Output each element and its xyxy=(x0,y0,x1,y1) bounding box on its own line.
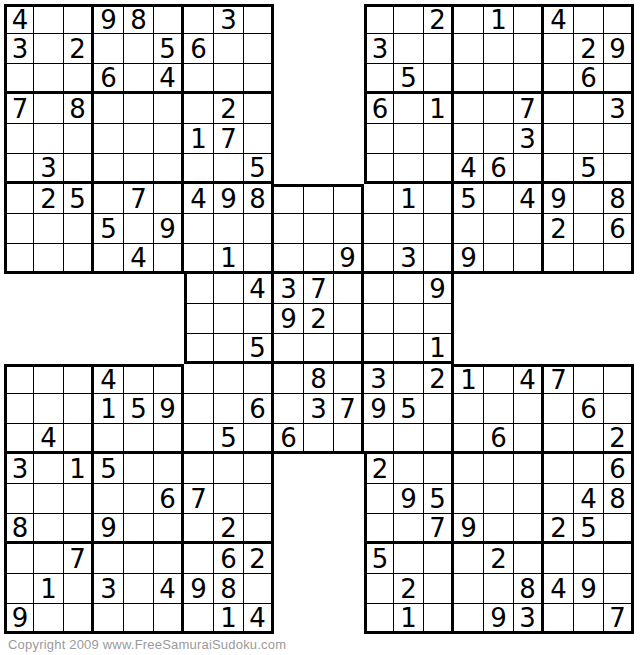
cell-r10c9[interactable]: 4 xyxy=(244,274,274,304)
cell-r15c4[interactable] xyxy=(94,424,124,454)
cell-r4c8[interactable]: 2 xyxy=(214,94,244,124)
cell-r13c13[interactable]: 3 xyxy=(364,364,394,394)
cell-r20c5[interactable] xyxy=(124,574,154,604)
cell-r19c5[interactable] xyxy=(124,544,154,574)
cell-r11c15[interactable] xyxy=(424,304,454,334)
cell-r6c1[interactable] xyxy=(4,154,34,184)
cell-r1c3[interactable] xyxy=(64,4,94,34)
cell-r21c6[interactable] xyxy=(154,604,184,634)
cell-r1c14[interactable] xyxy=(394,4,424,34)
cell-r4c4[interactable] xyxy=(94,94,124,124)
cell-r5c5[interactable] xyxy=(124,124,154,154)
cell-r16c5[interactable] xyxy=(124,454,154,484)
cell-r4c19[interactable] xyxy=(544,94,574,124)
cell-r13c6[interactable] xyxy=(154,364,184,394)
cell-r15c6[interactable] xyxy=(154,424,184,454)
cell-r2c19[interactable] xyxy=(544,34,574,64)
cell-r19c4[interactable] xyxy=(94,544,124,574)
cell-r13c16[interactable]: 1 xyxy=(454,364,484,394)
cell-r15c17[interactable]: 6 xyxy=(484,424,514,454)
cell-r21c18[interactable]: 3 xyxy=(514,604,544,634)
cell-r8c13[interactable] xyxy=(364,214,394,244)
cell-r20c19[interactable]: 4 xyxy=(544,574,574,604)
cell-r7c5[interactable]: 7 xyxy=(124,184,154,214)
cell-r14c5[interactable]: 5 xyxy=(124,394,154,424)
cell-r21c21[interactable]: 7 xyxy=(604,604,634,634)
cell-r4c16[interactable] xyxy=(454,94,484,124)
cell-r7c4[interactable] xyxy=(94,184,124,214)
cell-r2c16[interactable] xyxy=(454,34,484,64)
cell-r3c3[interactable] xyxy=(64,64,94,94)
cell-r5c16[interactable] xyxy=(454,124,484,154)
cell-r8c4[interactable]: 5 xyxy=(94,214,124,244)
cell-r4c17[interactable] xyxy=(484,94,514,124)
cell-r16c18[interactable] xyxy=(514,454,544,484)
cell-r2c7[interactable]: 6 xyxy=(184,34,214,64)
cell-r8c14[interactable] xyxy=(394,214,424,244)
cell-r7c2[interactable]: 2 xyxy=(34,184,64,214)
cell-r5c7[interactable]: 1 xyxy=(184,124,214,154)
cell-r3c16[interactable] xyxy=(454,64,484,94)
cell-r9c2[interactable] xyxy=(34,244,64,274)
cell-r15c1[interactable] xyxy=(4,424,34,454)
cell-r20c8[interactable]: 8 xyxy=(214,574,244,604)
cell-r17c16[interactable] xyxy=(454,484,484,514)
cell-r10c12[interactable] xyxy=(334,274,364,304)
cell-r19c16[interactable] xyxy=(454,544,484,574)
cell-r21c15[interactable] xyxy=(424,604,454,634)
cell-r18c3[interactable] xyxy=(64,514,94,544)
cell-r9c17[interactable] xyxy=(484,244,514,274)
cell-r2c9[interactable] xyxy=(244,34,274,64)
cell-r7c9[interactable]: 8 xyxy=(244,184,274,214)
cell-r6c14[interactable] xyxy=(394,154,424,184)
cell-r10c8[interactable] xyxy=(214,274,244,304)
cell-r1c17[interactable]: 1 xyxy=(484,4,514,34)
cell-r2c3[interactable]: 2 xyxy=(64,34,94,64)
cell-r16c8[interactable] xyxy=(214,454,244,484)
cell-r14c13[interactable]: 9 xyxy=(364,394,394,424)
cell-r7c7[interactable]: 4 xyxy=(184,184,214,214)
cell-r9c12[interactable]: 9 xyxy=(334,244,364,274)
cell-r14c19[interactable] xyxy=(544,394,574,424)
cell-r21c20[interactable] xyxy=(574,604,604,634)
cell-r14c2[interactable] xyxy=(34,394,64,424)
cell-r1c18[interactable] xyxy=(514,4,544,34)
cell-r19c17[interactable]: 2 xyxy=(484,544,514,574)
cell-r16c1[interactable]: 3 xyxy=(4,454,34,484)
cell-r16c13[interactable]: 2 xyxy=(364,454,394,484)
cell-r14c18[interactable] xyxy=(514,394,544,424)
cell-r1c21[interactable] xyxy=(604,4,634,34)
cell-r10c10[interactable]: 3 xyxy=(274,274,304,304)
cell-r9c7[interactable] xyxy=(184,244,214,274)
cell-r21c9[interactable]: 4 xyxy=(244,604,274,634)
cell-r3c15[interactable] xyxy=(424,64,454,94)
cell-r6c19[interactable] xyxy=(544,154,574,184)
cell-r14c17[interactable] xyxy=(484,394,514,424)
cell-r21c19[interactable] xyxy=(544,604,574,634)
cell-r13c20[interactable] xyxy=(574,364,604,394)
cell-r4c20[interactable] xyxy=(574,94,604,124)
cell-r9c20[interactable] xyxy=(574,244,604,274)
cell-r5c6[interactable] xyxy=(154,124,184,154)
cell-r14c14[interactable]: 5 xyxy=(394,394,424,424)
cell-r15c14[interactable] xyxy=(394,424,424,454)
cell-r19c21[interactable] xyxy=(604,544,634,574)
cell-r16c19[interactable] xyxy=(544,454,574,484)
cell-r13c5[interactable] xyxy=(124,364,154,394)
cell-r15c2[interactable]: 4 xyxy=(34,424,64,454)
cell-r13c2[interactable] xyxy=(34,364,64,394)
cell-r2c2[interactable] xyxy=(34,34,64,64)
cell-r8c10[interactable] xyxy=(274,214,304,244)
cell-r16c17[interactable] xyxy=(484,454,514,484)
cell-r2c18[interactable] xyxy=(514,34,544,64)
cell-r12c8[interactable] xyxy=(214,334,244,364)
cell-r7c20[interactable] xyxy=(574,184,604,214)
cell-r5c8[interactable]: 7 xyxy=(214,124,244,154)
cell-r12c11[interactable] xyxy=(304,334,334,364)
cell-r6c21[interactable] xyxy=(604,154,634,184)
cell-r6c8[interactable] xyxy=(214,154,244,184)
cell-r20c13[interactable] xyxy=(364,574,394,604)
cell-r21c13[interactable] xyxy=(364,604,394,634)
cell-r7c17[interactable] xyxy=(484,184,514,214)
cell-r5c1[interactable] xyxy=(4,124,34,154)
cell-r19c19[interactable] xyxy=(544,544,574,574)
cell-r17c9[interactable] xyxy=(244,484,274,514)
cell-r17c3[interactable] xyxy=(64,484,94,514)
cell-r14c21[interactable] xyxy=(604,394,634,424)
cell-r9c19[interactable] xyxy=(544,244,574,274)
cell-r4c14[interactable] xyxy=(394,94,424,124)
cell-r21c17[interactable]: 9 xyxy=(484,604,514,634)
cell-r4c3[interactable]: 8 xyxy=(64,94,94,124)
cell-r19c9[interactable]: 2 xyxy=(244,544,274,574)
cell-r3c8[interactable] xyxy=(214,64,244,94)
cell-r17c4[interactable] xyxy=(94,484,124,514)
cell-r20c9[interactable] xyxy=(244,574,274,604)
cell-r2c13[interactable]: 3 xyxy=(364,34,394,64)
cell-r21c5[interactable] xyxy=(124,604,154,634)
cell-r8c16[interactable] xyxy=(454,214,484,244)
cell-r4c15[interactable]: 1 xyxy=(424,94,454,124)
cell-r6c16[interactable]: 4 xyxy=(454,154,484,184)
cell-r19c15[interactable] xyxy=(424,544,454,574)
cell-r20c17[interactable] xyxy=(484,574,514,604)
cell-r10c11[interactable]: 7 xyxy=(304,274,334,304)
cell-r1c8[interactable]: 3 xyxy=(214,4,244,34)
cell-r12c15[interactable]: 1 xyxy=(424,334,454,364)
cell-r8c11[interactable] xyxy=(304,214,334,244)
cell-r6c9[interactable]: 5 xyxy=(244,154,274,184)
cell-r3c5[interactable] xyxy=(124,64,154,94)
cell-r11c11[interactable]: 2 xyxy=(304,304,334,334)
cell-r4c7[interactable] xyxy=(184,94,214,124)
cell-r14c15[interactable] xyxy=(424,394,454,424)
cell-r8c20[interactable] xyxy=(574,214,604,244)
cell-r16c16[interactable] xyxy=(454,454,484,484)
cell-r13c19[interactable]: 7 xyxy=(544,364,574,394)
cell-r14c3[interactable] xyxy=(64,394,94,424)
cell-r8c1[interactable] xyxy=(4,214,34,244)
cell-r8c21[interactable]: 6 xyxy=(604,214,634,244)
cell-r9c18[interactable] xyxy=(514,244,544,274)
cell-r12c9[interactable]: 5 xyxy=(244,334,274,364)
cell-r17c7[interactable]: 7 xyxy=(184,484,214,514)
cell-r8c12[interactable] xyxy=(334,214,364,244)
cell-r14c16[interactable] xyxy=(454,394,484,424)
cell-r9c9[interactable] xyxy=(244,244,274,274)
cell-r8c7[interactable] xyxy=(184,214,214,244)
cell-r3c2[interactable] xyxy=(34,64,64,94)
cell-r4c9[interactable] xyxy=(244,94,274,124)
cell-r5c13[interactable] xyxy=(364,124,394,154)
cell-r6c5[interactable] xyxy=(124,154,154,184)
cell-r15c9[interactable] xyxy=(244,424,274,454)
cell-r19c13[interactable]: 5 xyxy=(364,544,394,574)
cell-r14c9[interactable]: 6 xyxy=(244,394,274,424)
cell-r2c20[interactable]: 2 xyxy=(574,34,604,64)
cell-r7c13[interactable] xyxy=(364,184,394,214)
cell-r20c4[interactable]: 3 xyxy=(94,574,124,604)
cell-r7c6[interactable] xyxy=(154,184,184,214)
cell-r2c17[interactable] xyxy=(484,34,514,64)
cell-r19c7[interactable] xyxy=(184,544,214,574)
cell-r14c12[interactable]: 7 xyxy=(334,394,364,424)
cell-r18c2[interactable] xyxy=(34,514,64,544)
cell-r11c13[interactable] xyxy=(364,304,394,334)
cell-r9c16[interactable]: 9 xyxy=(454,244,484,274)
cell-r4c2[interactable] xyxy=(34,94,64,124)
cell-r1c15[interactable]: 2 xyxy=(424,4,454,34)
cell-r3c20[interactable]: 6 xyxy=(574,64,604,94)
cell-r13c21[interactable] xyxy=(604,364,634,394)
cell-r15c21[interactable]: 2 xyxy=(604,424,634,454)
cell-r10c15[interactable]: 9 xyxy=(424,274,454,304)
cell-r7c15[interactable] xyxy=(424,184,454,214)
cell-r6c17[interactable]: 6 xyxy=(484,154,514,184)
cell-r16c4[interactable]: 5 xyxy=(94,454,124,484)
cell-r19c14[interactable] xyxy=(394,544,424,574)
cell-r15c7[interactable] xyxy=(184,424,214,454)
cell-r18c15[interactable]: 7 xyxy=(424,514,454,544)
cell-r3c19[interactable] xyxy=(544,64,574,94)
cell-r15c18[interactable] xyxy=(514,424,544,454)
cell-r15c13[interactable] xyxy=(364,424,394,454)
cell-r17c17[interactable] xyxy=(484,484,514,514)
cell-r16c7[interactable] xyxy=(184,454,214,484)
cell-r8c3[interactable] xyxy=(64,214,94,244)
cell-r1c1[interactable]: 4 xyxy=(4,4,34,34)
cell-r5c18[interactable]: 3 xyxy=(514,124,544,154)
cell-r8c9[interactable] xyxy=(244,214,274,244)
cell-r7c14[interactable]: 1 xyxy=(394,184,424,214)
cell-r20c20[interactable]: 9 xyxy=(574,574,604,604)
cell-r17c19[interactable] xyxy=(544,484,574,514)
cell-r17c15[interactable]: 5 xyxy=(424,484,454,514)
cell-r15c16[interactable] xyxy=(454,424,484,454)
cell-r13c4[interactable]: 4 xyxy=(94,364,124,394)
cell-r3c4[interactable]: 6 xyxy=(94,64,124,94)
cell-r1c20[interactable] xyxy=(574,4,604,34)
cell-r21c7[interactable] xyxy=(184,604,214,634)
cell-r13c18[interactable]: 4 xyxy=(514,364,544,394)
cell-r18c4[interactable]: 9 xyxy=(94,514,124,544)
cell-r14c7[interactable] xyxy=(184,394,214,424)
cell-r14c10[interactable] xyxy=(274,394,304,424)
cell-r9c6[interactable] xyxy=(154,244,184,274)
cell-r9c5[interactable]: 4 xyxy=(124,244,154,274)
cell-r5c19[interactable] xyxy=(544,124,574,154)
cell-r1c13[interactable] xyxy=(364,4,394,34)
cell-r6c2[interactable]: 3 xyxy=(34,154,64,184)
cell-r16c6[interactable] xyxy=(154,454,184,484)
cell-r11c7[interactable] xyxy=(184,304,214,334)
cell-r18c6[interactable] xyxy=(154,514,184,544)
cell-r2c4[interactable] xyxy=(94,34,124,64)
cell-r3c9[interactable] xyxy=(244,64,274,94)
cell-r12c10[interactable] xyxy=(274,334,304,364)
cell-r14c6[interactable]: 9 xyxy=(154,394,184,424)
cell-r8c15[interactable] xyxy=(424,214,454,244)
cell-r6c20[interactable]: 5 xyxy=(574,154,604,184)
cell-r5c21[interactable] xyxy=(604,124,634,154)
cell-r12c13[interactable] xyxy=(364,334,394,364)
cell-r13c10[interactable] xyxy=(274,364,304,394)
cell-r14c11[interactable]: 3 xyxy=(304,394,334,424)
cell-r12c14[interactable] xyxy=(394,334,424,364)
cell-r18c17[interactable] xyxy=(484,514,514,544)
cell-r7c19[interactable]: 9 xyxy=(544,184,574,214)
cell-r16c3[interactable]: 1 xyxy=(64,454,94,484)
cell-r9c3[interactable] xyxy=(64,244,94,274)
cell-r17c14[interactable]: 9 xyxy=(394,484,424,514)
cell-r3c6[interactable]: 4 xyxy=(154,64,184,94)
cell-r8c8[interactable] xyxy=(214,214,244,244)
cell-r5c14[interactable] xyxy=(394,124,424,154)
cell-r18c16[interactable]: 9 xyxy=(454,514,484,544)
cell-r9c21[interactable] xyxy=(604,244,634,274)
cell-r16c15[interactable] xyxy=(424,454,454,484)
cell-r1c6[interactable] xyxy=(154,4,184,34)
cell-r16c21[interactable]: 6 xyxy=(604,454,634,484)
cell-r9c8[interactable]: 1 xyxy=(214,244,244,274)
cell-r18c14[interactable] xyxy=(394,514,424,544)
cell-r7c1[interactable] xyxy=(4,184,34,214)
cell-r3c13[interactable] xyxy=(364,64,394,94)
cell-r10c13[interactable] xyxy=(364,274,394,304)
cell-r10c7[interactable] xyxy=(184,274,214,304)
cell-r19c20[interactable] xyxy=(574,544,604,574)
cell-r21c4[interactable] xyxy=(94,604,124,634)
cell-r18c9[interactable] xyxy=(244,514,274,544)
cell-r13c8[interactable] xyxy=(214,364,244,394)
cell-r21c3[interactable] xyxy=(64,604,94,634)
cell-r16c9[interactable] xyxy=(244,454,274,484)
cell-r4c21[interactable]: 3 xyxy=(604,94,634,124)
cell-r3c17[interactable] xyxy=(484,64,514,94)
cell-r8c17[interactable] xyxy=(484,214,514,244)
cell-r14c4[interactable]: 1 xyxy=(94,394,124,424)
cell-r1c5[interactable]: 8 xyxy=(124,4,154,34)
cell-r11c12[interactable] xyxy=(334,304,364,334)
cell-r19c18[interactable] xyxy=(514,544,544,574)
cell-r8c18[interactable] xyxy=(514,214,544,244)
cell-r15c15[interactable] xyxy=(424,424,454,454)
cell-r5c9[interactable] xyxy=(244,124,274,154)
cell-r20c2[interactable]: 1 xyxy=(34,574,64,604)
cell-r18c8[interactable]: 2 xyxy=(214,514,244,544)
cell-r7c12[interactable] xyxy=(334,184,364,214)
cell-r20c7[interactable]: 9 xyxy=(184,574,214,604)
cell-r20c3[interactable] xyxy=(64,574,94,604)
cell-r18c1[interactable]: 8 xyxy=(4,514,34,544)
cell-r20c6[interactable]: 4 xyxy=(154,574,184,604)
cell-r5c20[interactable] xyxy=(574,124,604,154)
cell-r5c4[interactable] xyxy=(94,124,124,154)
cell-r9c11[interactable] xyxy=(304,244,334,274)
cell-r14c1[interactable] xyxy=(4,394,34,424)
cell-r14c20[interactable]: 6 xyxy=(574,394,604,424)
cell-r1c7[interactable] xyxy=(184,4,214,34)
cell-r17c13[interactable] xyxy=(364,484,394,514)
cell-r2c15[interactable] xyxy=(424,34,454,64)
cell-r17c6[interactable]: 6 xyxy=(154,484,184,514)
cell-r20c1[interactable] xyxy=(4,574,34,604)
cell-r15c5[interactable] xyxy=(124,424,154,454)
cell-r16c20[interactable] xyxy=(574,454,604,484)
cell-r18c13[interactable] xyxy=(364,514,394,544)
cell-r20c16[interactable] xyxy=(454,574,484,604)
cell-r18c5[interactable] xyxy=(124,514,154,544)
cell-r19c8[interactable]: 6 xyxy=(214,544,244,574)
cell-r3c14[interactable]: 5 xyxy=(394,64,424,94)
cell-r9c15[interactable] xyxy=(424,244,454,274)
cell-r4c1[interactable]: 7 xyxy=(4,94,34,124)
cell-r3c1[interactable] xyxy=(4,64,34,94)
cell-r13c7[interactable] xyxy=(184,364,214,394)
cell-r1c19[interactable]: 4 xyxy=(544,4,574,34)
cell-r5c3[interactable] xyxy=(64,124,94,154)
cell-r13c1[interactable] xyxy=(4,364,34,394)
cell-r8c5[interactable] xyxy=(124,214,154,244)
cell-r3c7[interactable] xyxy=(184,64,214,94)
cell-r6c13[interactable] xyxy=(364,154,394,184)
cell-r11c14[interactable] xyxy=(394,304,424,334)
cell-r13c11[interactable]: 8 xyxy=(304,364,334,394)
cell-r9c10[interactable] xyxy=(274,244,304,274)
cell-r19c3[interactable]: 7 xyxy=(64,544,94,574)
cell-r1c16[interactable] xyxy=(454,4,484,34)
cell-r17c1[interactable] xyxy=(4,484,34,514)
cell-r15c10[interactable]: 6 xyxy=(274,424,304,454)
cell-r11c10[interactable]: 9 xyxy=(274,304,304,334)
cell-r13c9[interactable] xyxy=(244,364,274,394)
cell-r1c9[interactable] xyxy=(244,4,274,34)
cell-r8c19[interactable]: 2 xyxy=(544,214,574,244)
cell-r7c10[interactable] xyxy=(274,184,304,214)
cell-r13c3[interactable] xyxy=(64,364,94,394)
cell-r21c14[interactable]: 1 xyxy=(394,604,424,634)
cell-r18c7[interactable] xyxy=(184,514,214,544)
cell-r13c14[interactable] xyxy=(394,364,424,394)
cell-r2c1[interactable]: 3 xyxy=(4,34,34,64)
cell-r19c1[interactable] xyxy=(4,544,34,574)
cell-r21c2[interactable] xyxy=(34,604,64,634)
cell-r8c6[interactable]: 9 xyxy=(154,214,184,244)
